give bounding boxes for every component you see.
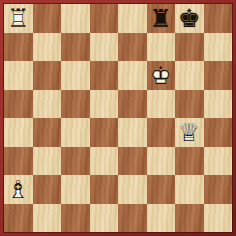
- square-h4[interactable]: [204, 118, 233, 147]
- square-e3[interactable]: [118, 147, 147, 176]
- piece-glyph-fill: ♚: [175, 4, 204, 33]
- square-g5[interactable]: [175, 90, 204, 119]
- square-d6[interactable]: [90, 61, 119, 90]
- piece-glyph-outline: ♖: [4, 4, 33, 33]
- square-d8[interactable]: [90, 4, 119, 33]
- square-d3[interactable]: [90, 147, 119, 176]
- square-h7[interactable]: [204, 33, 233, 62]
- piece-glyph-outline: ♕: [175, 118, 204, 147]
- square-f2[interactable]: [147, 175, 176, 204]
- square-h3[interactable]: [204, 147, 233, 176]
- square-f6[interactable]: ♚♔: [147, 61, 176, 90]
- square-b5[interactable]: [33, 90, 62, 119]
- square-g8[interactable]: ♚: [175, 4, 204, 33]
- square-a5[interactable]: [4, 90, 33, 119]
- square-a3[interactable]: [4, 147, 33, 176]
- square-b6[interactable]: [33, 61, 62, 90]
- square-c4[interactable]: [61, 118, 90, 147]
- square-b8[interactable]: [33, 4, 62, 33]
- board-frame: ♜♖♜♚♚♔♛♕♝♗: [0, 0, 236, 236]
- piece-glyph-outline: ♔: [147, 61, 176, 90]
- square-b7[interactable]: [33, 33, 62, 62]
- square-e6[interactable]: [118, 61, 147, 90]
- square-a6[interactable]: [4, 61, 33, 90]
- square-c6[interactable]: [61, 61, 90, 90]
- piece-glyph-fill: ♜: [147, 4, 176, 33]
- square-g6[interactable]: [175, 61, 204, 90]
- square-g1[interactable]: [175, 204, 204, 233]
- square-e5[interactable]: [118, 90, 147, 119]
- square-c2[interactable]: [61, 175, 90, 204]
- square-d2[interactable]: [90, 175, 119, 204]
- square-f1[interactable]: [147, 204, 176, 233]
- square-b4[interactable]: [33, 118, 62, 147]
- white-king-piece[interactable]: ♚♔: [147, 61, 176, 90]
- square-e4[interactable]: [118, 118, 147, 147]
- piece-glyph-outline: ♗: [4, 175, 33, 204]
- square-e8[interactable]: [118, 4, 147, 33]
- square-a7[interactable]: [4, 33, 33, 62]
- square-g4[interactable]: ♛♕: [175, 118, 204, 147]
- square-e2[interactable]: [118, 175, 147, 204]
- square-d1[interactable]: [90, 204, 119, 233]
- square-a4[interactable]: [4, 118, 33, 147]
- square-a2[interactable]: ♝♗: [4, 175, 33, 204]
- black-rook-piece[interactable]: ♜: [147, 4, 176, 33]
- square-a1[interactable]: [4, 204, 33, 233]
- square-a8[interactable]: ♜♖: [4, 4, 33, 33]
- square-d4[interactable]: [90, 118, 119, 147]
- square-f5[interactable]: [147, 90, 176, 119]
- square-b2[interactable]: [33, 175, 62, 204]
- square-g3[interactable]: [175, 147, 204, 176]
- square-f4[interactable]: [147, 118, 176, 147]
- square-d5[interactable]: [90, 90, 119, 119]
- square-f3[interactable]: [147, 147, 176, 176]
- square-h6[interactable]: [204, 61, 233, 90]
- square-h5[interactable]: [204, 90, 233, 119]
- square-f7[interactable]: [147, 33, 176, 62]
- square-c1[interactable]: [61, 204, 90, 233]
- white-rook-piece[interactable]: ♜♖: [4, 4, 33, 33]
- square-c7[interactable]: [61, 33, 90, 62]
- white-queen-piece[interactable]: ♛♕: [175, 118, 204, 147]
- square-h8[interactable]: [204, 4, 233, 33]
- square-c5[interactable]: [61, 90, 90, 119]
- square-h2[interactable]: [204, 175, 233, 204]
- square-h1[interactable]: [204, 204, 233, 233]
- square-e7[interactable]: [118, 33, 147, 62]
- square-f8[interactable]: ♜: [147, 4, 176, 33]
- square-d7[interactable]: [90, 33, 119, 62]
- white-bishop-piece[interactable]: ♝♗: [4, 175, 33, 204]
- square-e1[interactable]: [118, 204, 147, 233]
- black-king-piece[interactable]: ♚: [175, 4, 204, 33]
- square-c3[interactable]: [61, 147, 90, 176]
- square-g7[interactable]: [175, 33, 204, 62]
- chess-board: ♜♖♜♚♚♔♛♕♝♗: [4, 4, 232, 232]
- square-g2[interactable]: [175, 175, 204, 204]
- square-c8[interactable]: [61, 4, 90, 33]
- square-b3[interactable]: [33, 147, 62, 176]
- square-b1[interactable]: [33, 204, 62, 233]
